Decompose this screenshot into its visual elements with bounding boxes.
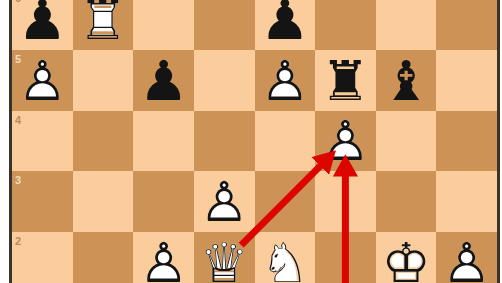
square-c6[interactable] [133,0,194,50]
square-b5[interactable] [73,50,134,111]
board-crop-viewport: 6♟♜♖♟5♟♙♟♟♙♜♝4♟♙3♟♙2♟♙♛♕♞♘♚♔♟♙ [0,0,502,283]
piece-black-pawn-e6[interactable]: ♟ [255,0,316,50]
square-a6[interactable]: 6♟ [12,0,73,50]
piece-white-rook-b6[interactable]: ♜♖ [73,0,134,50]
piece-black-pawn-c5[interactable]: ♟ [133,50,194,111]
white-pawn-outline: ♙ [315,112,376,173]
square-e6[interactable]: ♟ [255,0,316,50]
square-f5[interactable]: ♜ [315,50,376,111]
board-grid: 6♟♜♖♟5♟♙♟♟♙♜♝4♟♙3♟♙2♟♙♛♕♞♘♚♔♟♙ [12,0,497,283]
black-bishop-glyph: ♝ [376,51,437,112]
square-b2[interactable] [73,232,134,283]
piece-white-pawn-h2[interactable]: ♟♙ [436,232,497,283]
square-c2[interactable]: ♟♙ [133,232,194,283]
square-a5[interactable]: 5♟♙ [12,50,73,111]
square-a3[interactable]: 3 [12,171,73,232]
square-c5[interactable]: ♟ [133,50,194,111]
piece-white-knight-e2[interactable]: ♞♘ [255,232,316,283]
black-pawn-glyph: ♟ [12,0,73,51]
piece-black-rook-f5[interactable]: ♜ [315,50,376,111]
square-f3[interactable] [315,171,376,232]
square-e2[interactable]: ♞♘ [255,232,316,283]
chess-board: 6♟♜♖♟5♟♙♟♟♙♜♝4♟♙3♟♙2♟♙♛♕♞♘♚♔♟♙ [9,0,500,283]
white-pawn-outline: ♙ [12,51,73,112]
square-f2[interactable] [315,232,376,283]
black-rook-glyph: ♜ [315,51,376,112]
rank-label-4: 4 [15,114,21,126]
square-d5[interactable] [194,50,255,111]
square-b6[interactable]: ♜♖ [73,0,134,50]
square-h2[interactable]: ♟♙ [436,232,497,283]
square-a4[interactable]: 4 [12,111,73,172]
square-g5[interactable]: ♝ [376,50,437,111]
piece-white-pawn-e5[interactable]: ♟♙ [255,50,316,111]
square-h5[interactable] [436,50,497,111]
square-g2[interactable]: ♚♔ [376,232,437,283]
square-e4[interactable] [255,111,316,172]
square-h4[interactable] [436,111,497,172]
white-pawn-outline: ♙ [194,172,255,233]
black-pawn-glyph: ♟ [255,0,316,51]
piece-white-pawn-f4[interactable]: ♟♙ [315,111,376,172]
white-rook-outline: ♖ [73,0,134,51]
piece-black-pawn-a6[interactable]: ♟ [12,0,73,50]
white-knight-outline: ♘ [255,233,316,283]
square-c3[interactable] [133,171,194,232]
square-h6[interactable] [436,0,497,50]
square-e5[interactable]: ♟♙ [255,50,316,111]
square-d2[interactable]: ♛♕ [194,232,255,283]
square-f4[interactable]: ♟♙ [315,111,376,172]
white-pawn-outline: ♙ [133,233,194,283]
piece-white-queen-d2[interactable]: ♛♕ [194,232,255,283]
rank-label-2: 2 [15,235,21,247]
square-a2[interactable]: 2 [12,232,73,283]
square-g3[interactable] [376,171,437,232]
square-g6[interactable] [376,0,437,50]
white-pawn-outline: ♙ [436,233,497,283]
square-d6[interactable] [194,0,255,50]
square-e3[interactable] [255,171,316,232]
square-h3[interactable] [436,171,497,232]
piece-white-king-g2[interactable]: ♚♔ [376,232,437,283]
white-king-outline: ♔ [376,233,437,283]
piece-black-bishop-g5[interactable]: ♝ [376,50,437,111]
square-b3[interactable] [73,171,134,232]
piece-white-pawn-a5[interactable]: ♟♙ [12,50,73,111]
square-c4[interactable] [133,111,194,172]
piece-white-pawn-c2[interactable]: ♟♙ [133,232,194,283]
square-f6[interactable] [315,0,376,50]
square-d3[interactable]: ♟♙ [194,171,255,232]
square-b4[interactable] [73,111,134,172]
square-d4[interactable] [194,111,255,172]
black-pawn-glyph: ♟ [133,51,194,112]
white-pawn-outline: ♙ [255,51,316,112]
piece-white-pawn-d3[interactable]: ♟♙ [194,171,255,232]
square-g4[interactable] [376,111,437,172]
rank-label-3: 3 [15,174,21,186]
white-queen-outline: ♕ [194,233,255,283]
